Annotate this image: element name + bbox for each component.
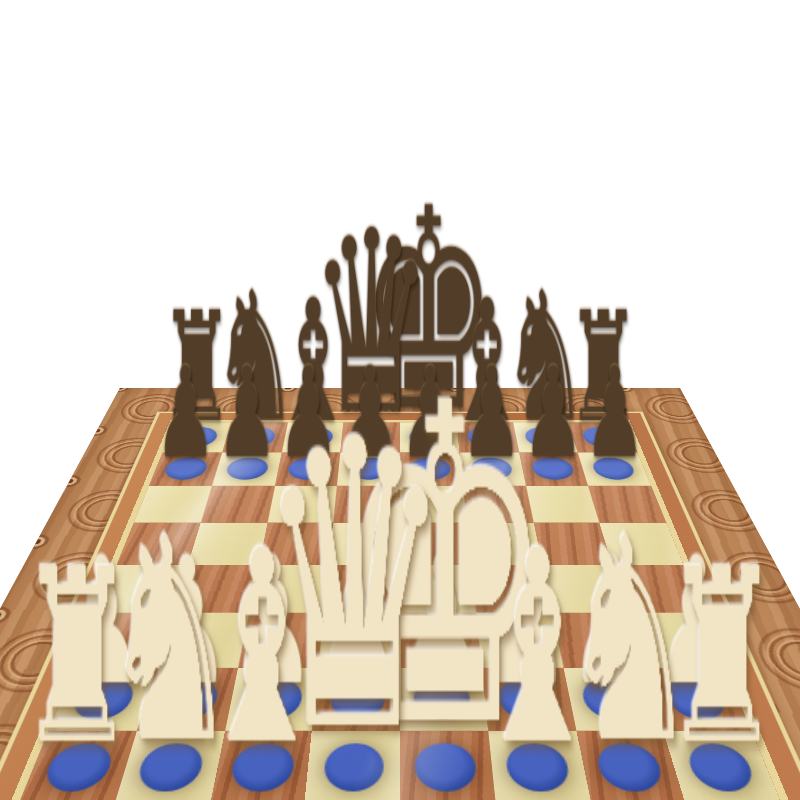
- square-a8: ♜: [163, 423, 231, 453]
- square-f1: ♝: [488, 731, 591, 800]
- square-d1: ♛: [305, 731, 400, 800]
- blue-felt-base: [348, 458, 389, 480]
- blue-felt-base: [68, 677, 139, 719]
- square-h3: [627, 612, 725, 667]
- square-b8: ♞: [222, 423, 287, 453]
- square-e4: [400, 565, 476, 613]
- square-b4: [173, 565, 258, 613]
- square-f2: ♟: [481, 667, 575, 731]
- square-e7: ♟: [400, 452, 463, 485]
- product-photo: ♜♞♝♛♚♝♞♜♟♟♟♟♟♟♟♟♟♟♟♟♟♟♟♟♜♞♝♛♚♝♞♜: [120, 388, 680, 800]
- square-f5: [467, 523, 542, 565]
- square-c1: ♝: [209, 731, 312, 800]
- blue-felt-base: [590, 458, 638, 480]
- square-e3: [400, 612, 481, 667]
- blue-felt-base: [593, 743, 666, 792]
- square-d8: ♛: [341, 423, 400, 453]
- square-d7: ♟: [337, 452, 400, 485]
- square-f3: [476, 612, 563, 667]
- square-c2: ♟: [224, 667, 318, 731]
- square-d2: ♟: [312, 667, 400, 731]
- blue-felt-base: [504, 743, 572, 792]
- blue-felt-base: [286, 458, 330, 480]
- blue-felt-base: [496, 677, 558, 719]
- square-c5: [258, 523, 333, 565]
- square-a7: ♟: [149, 452, 222, 485]
- square-b7: ♟: [212, 452, 282, 485]
- square-f7: ♟: [459, 452, 525, 485]
- blue-felt-base: [410, 458, 451, 480]
- square-c8: ♝: [281, 423, 343, 453]
- square-d5: [329, 523, 400, 565]
- square-h1: ♜: [664, 731, 782, 800]
- blue-felt-base: [530, 458, 576, 480]
- blue-felt-base: [40, 743, 118, 792]
- square-g5: [533, 523, 612, 565]
- blue-felt-base: [579, 677, 646, 719]
- square-b5: [188, 523, 267, 565]
- square-d3: [319, 612, 400, 667]
- square-c3: [237, 612, 324, 667]
- square-h5: [600, 523, 684, 565]
- square-h7: ♟: [578, 452, 651, 485]
- square-e2: ♟: [400, 667, 488, 731]
- square-e5: [400, 523, 471, 565]
- square-h2: ♟: [644, 667, 751, 731]
- square-f4: [471, 565, 552, 613]
- blue-felt-base: [414, 677, 472, 719]
- square-h8: ♜: [569, 423, 637, 453]
- blue-felt-base: [241, 677, 303, 719]
- square-a5: [117, 523, 201, 565]
- blue-felt-base: [155, 677, 222, 719]
- blue-felt-base: [661, 677, 732, 719]
- square-e8: ♚: [400, 423, 459, 453]
- blue-felt-base: [228, 743, 296, 792]
- blue-felt-base: [415, 743, 478, 792]
- square-h4: [612, 565, 702, 613]
- blue-felt-base: [134, 743, 207, 792]
- blue-felt-base: [322, 743, 385, 792]
- square-c7: ♟: [275, 452, 341, 485]
- square-c4: [249, 565, 330, 613]
- square-d4: [324, 565, 400, 613]
- blue-felt-base: [470, 458, 514, 480]
- blue-felt-base: [224, 458, 270, 480]
- square-f8: ♝: [456, 423, 518, 453]
- blue-felt-base: [682, 743, 760, 792]
- square-b3: [156, 612, 249, 667]
- blue-felt-base: [328, 677, 386, 719]
- square-e1: ♚: [400, 731, 495, 800]
- wooden-chess-board: ♜♞♝♛♚♝♞♜♟♟♟♟♟♟♟♟♟♟♟♟♟♟♟♟♜♞♝♛♚♝♞♜: [0, 388, 800, 800]
- square-g7: ♟: [519, 452, 589, 485]
- blue-felt-base: [162, 458, 210, 480]
- square-g8: ♞: [513, 423, 578, 453]
